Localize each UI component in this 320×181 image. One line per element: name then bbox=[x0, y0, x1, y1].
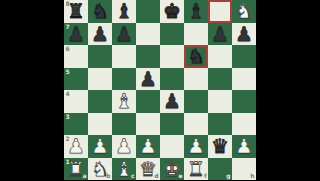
square-e2[interactable] bbox=[160, 135, 184, 158]
square-h7[interactable]: ♟ bbox=[232, 23, 256, 46]
square-g4[interactable] bbox=[208, 90, 232, 113]
square-f6[interactable]: ♞ bbox=[184, 45, 208, 68]
black-pawn[interactable]: ♟ bbox=[235, 23, 253, 43]
black-knight[interactable]: ♞ bbox=[187, 46, 205, 66]
square-c2[interactable]: ♟ bbox=[112, 135, 136, 158]
square-d3[interactable] bbox=[136, 113, 160, 136]
square-b3[interactable] bbox=[88, 113, 112, 136]
square-d8[interactable] bbox=[136, 0, 160, 23]
black-pawn[interactable]: ♟ bbox=[115, 23, 133, 43]
square-e7[interactable] bbox=[160, 23, 184, 46]
square-e5[interactable] bbox=[160, 68, 184, 91]
file-label-g: g bbox=[226, 173, 230, 179]
square-f7[interactable] bbox=[184, 23, 208, 46]
square-b4[interactable] bbox=[88, 90, 112, 113]
white-king[interactable]: ♚ bbox=[163, 158, 181, 178]
square-c4[interactable]: ♝ bbox=[112, 90, 136, 113]
black-knight[interactable]: ♞ bbox=[91, 1, 109, 21]
black-pawn[interactable]: ♟ bbox=[211, 23, 229, 43]
square-d5[interactable]: ♟ bbox=[136, 68, 160, 91]
square-f8[interactable]: ♝ bbox=[184, 0, 208, 23]
square-d6[interactable] bbox=[136, 45, 160, 68]
square-h8[interactable]: ♞ bbox=[232, 0, 256, 23]
square-h5[interactable] bbox=[232, 68, 256, 91]
white-rook[interactable]: ♜ bbox=[187, 158, 205, 178]
white-knight[interactable]: ♞ bbox=[235, 1, 253, 21]
chess-board: 8♜♞♝♚♝♞7♟♟♟♟♟6♞5♟4♝♟32♟♟♟♟♟♛♟1a♜b♞c♝d♛e♚… bbox=[64, 0, 256, 180]
square-c7[interactable]: ♟ bbox=[112, 23, 136, 46]
square-c5[interactable] bbox=[112, 68, 136, 91]
square-b6[interactable] bbox=[88, 45, 112, 68]
square-f3[interactable] bbox=[184, 113, 208, 136]
rank-label-6: 6 bbox=[66, 46, 70, 52]
white-bishop[interactable]: ♝ bbox=[115, 158, 133, 178]
file-label-h: h bbox=[250, 173, 254, 179]
square-d1[interactable]: d♛ bbox=[136, 158, 160, 181]
white-knight[interactable]: ♞ bbox=[91, 158, 109, 178]
black-king[interactable]: ♚ bbox=[163, 1, 181, 21]
square-a6[interactable]: 6 bbox=[64, 45, 88, 68]
white-pawn[interactable]: ♟ bbox=[235, 136, 253, 156]
black-bishop[interactable]: ♝ bbox=[115, 1, 133, 21]
square-g1[interactable]: g bbox=[208, 158, 232, 181]
square-g2[interactable]: ♛ bbox=[208, 135, 232, 158]
black-bishop[interactable]: ♝ bbox=[187, 1, 205, 21]
square-b7[interactable]: ♟ bbox=[88, 23, 112, 46]
white-pawn[interactable]: ♟ bbox=[139, 136, 157, 156]
white-pawn[interactable]: ♟ bbox=[115, 136, 133, 156]
square-c6[interactable] bbox=[112, 45, 136, 68]
square-a1[interactable]: 1a♜ bbox=[64, 158, 88, 181]
square-c1[interactable]: c♝ bbox=[112, 158, 136, 181]
rank-label-4: 4 bbox=[66, 91, 70, 97]
chess-app-background: 8♜♞♝♚♝♞7♟♟♟♟♟6♞5♟4♝♟32♟♟♟♟♟♛♟1a♜b♞c♝d♛e♚… bbox=[0, 0, 320, 180]
square-c3[interactable] bbox=[112, 113, 136, 136]
black-pawn[interactable]: ♟ bbox=[91, 23, 109, 43]
black-rook[interactable]: ♜ bbox=[67, 1, 85, 21]
white-bishop[interactable]: ♝ bbox=[115, 91, 133, 111]
square-b1[interactable]: b♞ bbox=[88, 158, 112, 181]
rank-label-3: 3 bbox=[66, 114, 70, 120]
square-h1[interactable]: h bbox=[232, 158, 256, 181]
letterbox-left bbox=[0, 0, 64, 180]
square-e8[interactable]: ♚ bbox=[160, 0, 184, 23]
square-c8[interactable]: ♝ bbox=[112, 0, 136, 23]
letterbox-right bbox=[256, 0, 320, 180]
black-queen[interactable]: ♛ bbox=[211, 136, 229, 156]
white-pawn[interactable]: ♟ bbox=[67, 136, 85, 156]
square-e1[interactable]: e♚ bbox=[160, 158, 184, 181]
square-d4[interactable] bbox=[136, 90, 160, 113]
square-h6[interactable] bbox=[232, 45, 256, 68]
black-pawn[interactable]: ♟ bbox=[163, 91, 181, 111]
square-h4[interactable] bbox=[232, 90, 256, 113]
square-h3[interactable] bbox=[232, 113, 256, 136]
square-a8[interactable]: 8♜ bbox=[64, 0, 88, 23]
black-pawn[interactable]: ♟ bbox=[67, 23, 85, 43]
square-f4[interactable] bbox=[184, 90, 208, 113]
square-b8[interactable]: ♞ bbox=[88, 0, 112, 23]
square-d2[interactable]: ♟ bbox=[136, 135, 160, 158]
square-g5[interactable] bbox=[208, 68, 232, 91]
rank-label-5: 5 bbox=[66, 69, 70, 75]
square-a4[interactable]: 4 bbox=[64, 90, 88, 113]
square-h2[interactable]: ♟ bbox=[232, 135, 256, 158]
square-d7[interactable] bbox=[136, 23, 160, 46]
square-a3[interactable]: 3 bbox=[64, 113, 88, 136]
square-e3[interactable] bbox=[160, 113, 184, 136]
square-e4[interactable]: ♟ bbox=[160, 90, 184, 113]
square-g3[interactable] bbox=[208, 113, 232, 136]
square-g6[interactable] bbox=[208, 45, 232, 68]
square-g8[interactable] bbox=[208, 0, 232, 23]
black-pawn[interactable]: ♟ bbox=[139, 68, 157, 88]
square-f2[interactable]: ♟ bbox=[184, 135, 208, 158]
square-a5[interactable]: 5 bbox=[64, 68, 88, 91]
square-f5[interactable] bbox=[184, 68, 208, 91]
white-pawn[interactable]: ♟ bbox=[91, 136, 109, 156]
square-b2[interactable]: ♟ bbox=[88, 135, 112, 158]
white-queen[interactable]: ♛ bbox=[139, 158, 157, 178]
white-rook[interactable]: ♜ bbox=[67, 158, 85, 178]
square-b5[interactable] bbox=[88, 68, 112, 91]
square-f1[interactable]: f♜ bbox=[184, 158, 208, 181]
square-e6[interactable] bbox=[160, 45, 184, 68]
white-pawn[interactable]: ♟ bbox=[187, 136, 205, 156]
square-g7[interactable]: ♟ bbox=[208, 23, 232, 46]
square-a7[interactable]: 7♟ bbox=[64, 23, 88, 46]
square-a2[interactable]: 2♟ bbox=[64, 135, 88, 158]
